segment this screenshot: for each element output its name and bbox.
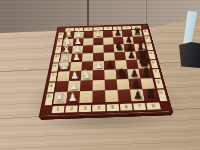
square-h5 <box>105 90 118 102</box>
dark-object <box>179 42 200 68</box>
square-g7: ♟ <box>129 79 143 90</box>
square-g5 <box>105 79 118 90</box>
piece-white-knight-f3: ♞ <box>73 68 101 81</box>
piece-black-bishop-f8: ♝ <box>132 65 160 78</box>
board-grid: ♜♟♝♟♜♞♟♟♝♟♞♟♝♛♟♟♛♚♟♟♚♟♞♞♟♝♟♟♜♟♟♜ <box>52 29 159 105</box>
box-hinge <box>127 114 135 116</box>
piece-white-bishop-a4: ♝ <box>87 27 110 38</box>
photo-scene: 12345678 12345678 abcdefgh abcdefgh ♜♟♝♟… <box>0 0 200 150</box>
square-h2: ♟ <box>66 91 80 103</box>
coord-tile: 3 <box>79 104 92 111</box>
square-h4 <box>92 90 105 102</box>
coord-tile: 4 <box>93 104 106 111</box>
piece-black-rook-h8: ♜ <box>136 88 166 101</box>
piece-white-pawn-h2: ♟ <box>58 92 88 104</box>
square-g4 <box>93 80 105 91</box>
wall-plank-seam <box>146 0 147 24</box>
square-f3: ♞ <box>81 70 93 80</box>
square-a4: ♝ <box>93 31 103 38</box>
wall-plank-seam <box>87 0 89 28</box>
square-h8: ♜ <box>142 89 157 101</box>
square-g2: ♟ <box>68 81 81 92</box>
box-hinge <box>79 116 87 118</box>
